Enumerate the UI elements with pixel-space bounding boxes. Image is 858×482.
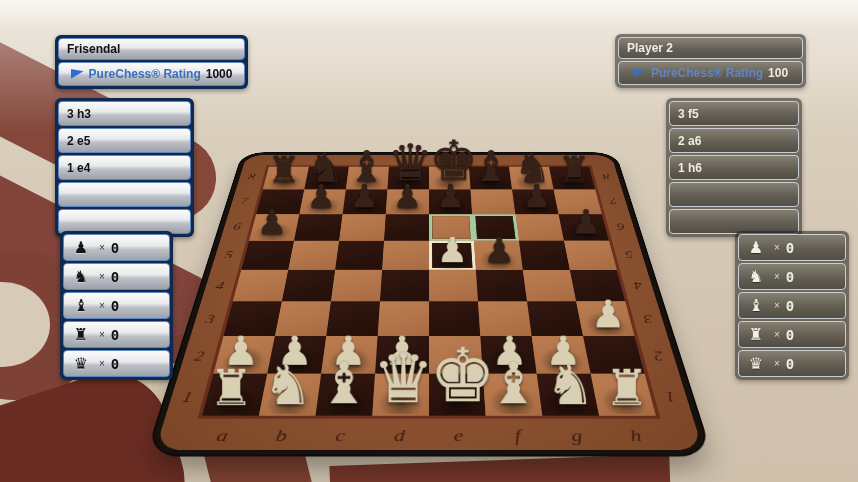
player-name-black-label: Player 2 <box>627 41 673 55</box>
move-row <box>58 182 191 207</box>
piece-shadow <box>537 346 586 372</box>
rating-value-black: 100 <box>768 66 788 80</box>
square-g2[interactable]: ♟ <box>532 336 591 374</box>
square-b2[interactable]: ♟ <box>267 336 326 374</box>
times-symbol: × <box>99 329 105 340</box>
move-row: 1 e4 <box>58 155 191 180</box>
piece-shadow <box>391 173 426 189</box>
times-symbol: × <box>774 242 780 253</box>
move-row: 3 f5 <box>669 101 799 126</box>
square-g4[interactable] <box>523 270 576 302</box>
captured-tray-white: ♟×0♞×0♝×0♜×0♛×0 <box>60 231 173 380</box>
piece-shadow <box>432 196 468 213</box>
file-labels: abcdefgh <box>189 423 668 448</box>
piece-shadow <box>377 385 425 414</box>
piece-shadow <box>320 385 370 414</box>
file-label-a: a <box>189 423 254 448</box>
square-f6[interactable] <box>472 214 519 241</box>
piece-shadow <box>272 346 321 372</box>
piece-shadow <box>349 173 385 189</box>
square-a8[interactable]: ♜ <box>263 167 309 190</box>
piece-shadow <box>264 385 316 414</box>
move-row: 3 h3 <box>58 101 191 126</box>
rating-label-black: PureChess® Rating <box>651 66 763 80</box>
piece-shadow <box>266 173 304 189</box>
square-a7[interactable] <box>256 190 304 215</box>
square-g7[interactable]: ♟ <box>512 190 559 215</box>
square-a5[interactable] <box>241 241 294 270</box>
move-text: 1 e4 <box>67 161 90 175</box>
piece-white-pawn: ♟ <box>583 295 634 333</box>
piece-white-king: ♚ <box>429 338 486 413</box>
captured-count: 0 <box>111 298 119 314</box>
square-a4[interactable] <box>233 270 288 302</box>
square-g6[interactable] <box>515 214 564 241</box>
move-text: 3 h3 <box>67 107 91 121</box>
piece-shadow <box>346 196 383 213</box>
piece-shadow <box>303 196 342 213</box>
square-e7[interactable]: ♟ <box>429 190 472 215</box>
captured-row-rook: ♜×0 <box>738 321 846 348</box>
rating-label-white: PureChess® Rating <box>89 67 201 81</box>
square-d6[interactable] <box>384 214 429 241</box>
square-c4[interactable] <box>331 270 382 302</box>
player-panel-white: Frisendal PureChess® Rating 1000 <box>55 35 248 89</box>
piece-shadow <box>326 346 373 372</box>
square-e2[interactable] <box>429 336 483 374</box>
square-h7[interactable] <box>554 190 602 215</box>
piece-white-rook: ♜ <box>203 363 260 413</box>
square-c5[interactable] <box>335 241 384 270</box>
captured-count: 0 <box>111 240 119 256</box>
piece-shadow <box>218 346 269 372</box>
rating-flag-icon <box>633 68 646 78</box>
file-label-g: g <box>545 423 608 448</box>
player-name-black: Player 2 <box>618 37 803 59</box>
square-e8[interactable]: ♚ <box>429 167 471 190</box>
board-grid: ♜♞♝♛♚♝♞♜♟♟♟♟♟♟♟♟♟♟♟♟♟♟♟♟♜♞♝♛♚♝♞♜ <box>198 165 661 419</box>
move-text: 2 e5 <box>67 134 90 148</box>
file-label-h: h <box>604 423 669 448</box>
bishop-icon: ♝ <box>746 298 766 314</box>
piece-shadow <box>432 173 467 189</box>
rating-flag-icon <box>71 69 84 79</box>
square-h2[interactable] <box>583 336 645 374</box>
times-symbol: × <box>774 358 780 369</box>
square-c3[interactable] <box>326 301 380 336</box>
square-f2[interactable]: ♟ <box>480 336 536 374</box>
captured-count: 0 <box>111 269 119 285</box>
player-panel-black: Player 2 PureChess® Rating 100 <box>615 34 806 88</box>
piece-shadow <box>516 196 555 213</box>
square-b1[interactable]: ♞ <box>259 374 321 416</box>
piece-shadow <box>488 385 538 414</box>
square-a6[interactable]: ♟ <box>249 214 299 241</box>
times-symbol: × <box>99 300 105 311</box>
move-row <box>669 182 799 207</box>
player-name-white-label: Frisendal <box>67 42 120 56</box>
piece-shadow <box>597 385 650 414</box>
rating-panel-black: PureChess® Rating 100 <box>618 61 803 85</box>
square-b3[interactable] <box>275 301 331 336</box>
table-logo-bottom-band <box>329 454 670 482</box>
piece-white-rook: ♜ <box>599 363 656 413</box>
square-f4[interactable] <box>476 270 527 302</box>
square-h4[interactable] <box>570 270 625 302</box>
captured-tray-black: ♟×0♞×0♝×0♜×0♛×0 <box>735 231 849 380</box>
square-g8[interactable]: ♞ <box>509 167 554 190</box>
captured-count: 0 <box>786 240 794 256</box>
piece-shadow <box>582 311 630 335</box>
captured-row-queen: ♛×0 <box>63 350 170 377</box>
times-symbol: × <box>774 300 780 311</box>
square-b7[interactable]: ♟ <box>299 190 346 215</box>
square-c8[interactable]: ♝ <box>346 167 389 190</box>
piece-shadow <box>433 249 472 269</box>
square-f1[interactable]: ♝ <box>483 374 543 416</box>
square-b8[interactable]: ♞ <box>304 167 349 190</box>
square-c6[interactable] <box>339 214 386 241</box>
queen-icon: ♛ <box>746 356 766 372</box>
square-b4[interactable] <box>282 270 335 302</box>
move-row: 2 e5 <box>58 128 191 153</box>
captured-row-bishop: ♝×0 <box>63 292 170 319</box>
square-d5[interactable] <box>382 241 429 270</box>
piece-shadow <box>513 173 550 189</box>
piece-shadow <box>554 173 592 189</box>
move-list-black: 3 f52 a61 h6 <box>666 98 802 237</box>
captured-count: 0 <box>786 269 794 285</box>
captured-count: 0 <box>786 356 794 372</box>
square-d2[interactable]: ♟ <box>375 336 429 374</box>
captured-row-pawn: ♟×0 <box>738 234 846 261</box>
file-label-e: e <box>429 423 489 448</box>
captured-row-knight: ♞×0 <box>63 263 170 290</box>
piece-shadow <box>389 196 425 213</box>
square-b6[interactable] <box>294 214 343 241</box>
move-row: 2 a6 <box>669 128 799 153</box>
captured-row-queen: ♛×0 <box>738 350 846 377</box>
square-f5[interactable]: ♟ <box>474 241 523 270</box>
times-symbol: × <box>99 242 105 253</box>
square-d4[interactable] <box>380 270 429 302</box>
piece-shadow <box>473 173 509 189</box>
rating-panel-white: PureChess® Rating 1000 <box>58 62 245 86</box>
piece-shadow <box>253 221 295 239</box>
move-list-white: 3 h32 e51 e4 <box>55 98 194 237</box>
bishop-icon: ♝ <box>71 298 91 314</box>
captured-count: 0 <box>111 356 119 372</box>
piece-shadow <box>380 346 425 372</box>
square-e6[interactable] <box>429 214 474 241</box>
player-name-white: Frisendal <box>58 38 245 60</box>
square-h3[interactable]: ♟ <box>576 301 634 336</box>
square-h8[interactable]: ♜ <box>549 167 595 190</box>
captured-row-rook: ♜×0 <box>63 321 170 348</box>
square-g1[interactable]: ♞ <box>537 374 599 416</box>
square-c7[interactable]: ♟ <box>343 190 388 215</box>
square-a2[interactable]: ♟ <box>213 336 275 374</box>
pawn-icon: ♟ <box>746 240 766 256</box>
pawn-icon: ♟ <box>71 240 91 256</box>
square-d8[interactable]: ♛ <box>387 167 429 190</box>
square-d3[interactable] <box>378 301 429 336</box>
square-f8[interactable]: ♝ <box>469 167 512 190</box>
piece-shadow <box>478 249 519 269</box>
rank-label-7: 7 <box>230 188 259 213</box>
square-a3[interactable] <box>224 301 282 336</box>
rank-label-7: 7 <box>599 188 628 213</box>
square-e1[interactable]: ♚ <box>429 374 486 416</box>
move-text: 2 a6 <box>678 134 701 148</box>
rook-icon: ♜ <box>71 327 91 343</box>
square-c1[interactable]: ♝ <box>316 374 376 416</box>
square-g3[interactable] <box>527 301 583 336</box>
square-c2[interactable]: ♟ <box>321 336 377 374</box>
file-label-d: d <box>369 423 429 448</box>
piece-shadow <box>485 346 532 372</box>
piece-shadow <box>564 221 606 239</box>
queen-icon: ♛ <box>71 356 91 372</box>
square-e5[interactable]: ♟ <box>429 241 476 270</box>
piece-shadow <box>433 385 481 414</box>
captured-row-bishop: ♝×0 <box>738 292 846 319</box>
square-h6[interactable]: ♟ <box>559 214 609 241</box>
times-symbol: × <box>774 329 780 340</box>
times-symbol: × <box>774 271 780 282</box>
captured-count: 0 <box>786 327 794 343</box>
file-label-c: c <box>309 423 371 448</box>
square-f3[interactable] <box>478 301 532 336</box>
rating-value-white: 1000 <box>206 67 233 81</box>
captured-row-pawn: ♟×0 <box>63 234 170 261</box>
square-e3[interactable] <box>429 301 480 336</box>
square-b5[interactable] <box>288 241 339 270</box>
square-f7[interactable] <box>471 190 516 215</box>
square-d7[interactable]: ♟ <box>386 190 429 215</box>
times-symbol: × <box>99 358 105 369</box>
square-h5[interactable] <box>564 241 617 270</box>
move-text: 1 h6 <box>678 161 702 175</box>
file-label-b: b <box>249 423 312 448</box>
knight-icon: ♞ <box>746 269 766 285</box>
piece-shadow <box>207 385 260 414</box>
captured-row-knight: ♞×0 <box>738 263 846 290</box>
square-e4[interactable] <box>429 270 478 302</box>
move-text: 3 f5 <box>678 107 699 121</box>
file-label-f: f <box>487 423 549 448</box>
board-frame: 87654321 87654321 abcdefgh ♜♞♝♛♚♝♞♜♟♟♟♟♟… <box>155 155 703 450</box>
piece-shadow <box>308 173 345 189</box>
knight-icon: ♞ <box>71 269 91 285</box>
captured-count: 0 <box>111 327 119 343</box>
move-row: 1 h6 <box>669 155 799 180</box>
piece-shadow <box>543 385 595 414</box>
rook-icon: ♜ <box>746 327 766 343</box>
captured-count: 0 <box>786 298 794 314</box>
square-g5[interactable] <box>519 241 570 270</box>
square-h1[interactable]: ♜ <box>591 374 656 416</box>
square-d1[interactable]: ♛ <box>372 374 429 416</box>
times-symbol: × <box>99 271 105 282</box>
square-a1[interactable]: ♜ <box>202 374 267 416</box>
